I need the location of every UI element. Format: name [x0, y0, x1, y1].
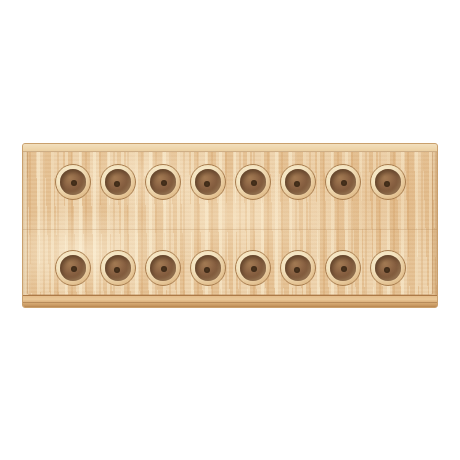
pit-hole	[195, 169, 221, 195]
pit-r1c6[interactable]	[325, 250, 361, 286]
drill-point	[341, 180, 347, 186]
drill-point	[71, 266, 77, 272]
board-bottom-edge	[23, 295, 437, 307]
pit-r0c1[interactable]	[100, 164, 136, 200]
pit-hole	[60, 169, 86, 195]
photo-background	[0, 0, 460, 460]
drill-point	[384, 181, 390, 187]
pit-r0c6[interactable]	[325, 164, 361, 200]
drill-point	[161, 180, 167, 186]
pit-hole	[195, 255, 221, 281]
drill-point	[114, 267, 120, 273]
pit-grid	[23, 144, 406, 286]
drill-point	[114, 181, 120, 187]
pit-r0c7[interactable]	[370, 164, 406, 200]
pit-r1c4[interactable]	[235, 250, 271, 286]
pit-hole	[150, 255, 176, 281]
pit-hole	[330, 169, 356, 195]
pit-r1c7[interactable]	[370, 250, 406, 286]
pit-r0c4[interactable]	[235, 164, 271, 200]
pit-r0c3[interactable]	[190, 164, 226, 200]
drill-point	[384, 267, 390, 273]
drill-point	[294, 181, 300, 187]
drill-point	[71, 180, 77, 186]
drill-point	[251, 266, 257, 272]
pit-r1c1[interactable]	[100, 250, 136, 286]
pit-hole	[150, 169, 176, 195]
pit-hole	[240, 255, 266, 281]
pit-hole	[285, 255, 311, 281]
pit-hole	[285, 169, 311, 195]
pit-hole	[375, 169, 401, 195]
pit-r0c2[interactable]	[145, 164, 181, 200]
pit-r1c5[interactable]	[280, 250, 316, 286]
pit-r0c5[interactable]	[280, 164, 316, 200]
pit-r1c3[interactable]	[190, 250, 226, 286]
drill-point	[341, 266, 347, 272]
drill-point	[204, 181, 210, 187]
pit-hole	[105, 255, 131, 281]
pit-r1c2[interactable]	[145, 250, 181, 286]
drill-point	[161, 266, 167, 272]
pit-hole	[60, 255, 86, 281]
drill-point	[204, 267, 210, 273]
pit-hole	[240, 169, 266, 195]
pit-r0c0[interactable]	[55, 164, 91, 200]
mancala-board	[22, 143, 438, 308]
pit-hole	[375, 255, 401, 281]
drill-point	[251, 180, 257, 186]
pit-r1c0[interactable]	[55, 250, 91, 286]
pit-hole	[105, 169, 131, 195]
pit-hole	[330, 255, 356, 281]
drill-point	[294, 267, 300, 273]
